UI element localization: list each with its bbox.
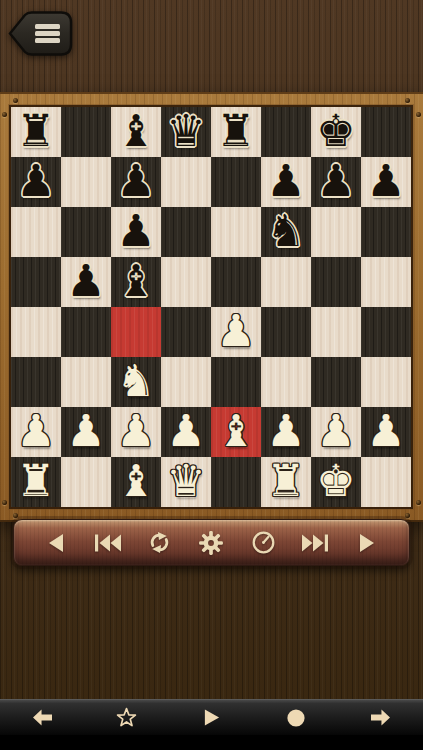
piece-black-bishop[interactable]: ♝ [116,109,155,153]
square-d7[interactable] [161,157,211,207]
arrow-left-icon [31,708,54,727]
square-c2[interactable]: ♟ [111,407,161,457]
square-d6[interactable] [161,207,211,257]
nav-record-button[interactable] [276,704,316,732]
square-a7[interactable]: ♟ [11,157,61,207]
circle-icon [286,708,306,728]
piece-black-pawn[interactable]: ♟ [116,209,155,253]
piece-white-bishop[interactable]: ♝ [216,409,255,453]
gauge-clock-icon [251,530,276,555]
square-g5[interactable] [311,257,361,307]
square-c3[interactable]: ♞ [111,357,161,407]
square-f6[interactable]: ♞ [261,207,311,257]
square-a2[interactable]: ♟ [11,407,61,457]
arrow-right-icon [369,708,392,727]
square-a5[interactable] [11,257,61,307]
nav-bookmark-button[interactable] [107,704,147,732]
piece-white-rook[interactable]: ♜ [16,459,55,503]
square-g4[interactable] [311,307,361,357]
nav-forward-button[interactable] [361,704,401,732]
frame-screw-icon [2,112,7,117]
square-g3[interactable] [311,357,361,407]
piece-black-rook[interactable]: ♜ [216,109,255,153]
square-c1[interactable]: ♝ [111,457,161,507]
piece-black-bishop[interactable]: ♝ [116,259,155,303]
piece-black-pawn[interactable]: ♟ [266,159,305,203]
hamburger-menu-icon [7,10,75,57]
square-h8[interactable] [361,107,411,157]
square-a8[interactable]: ♜ [11,107,61,157]
square-b5[interactable]: ♟ [61,257,111,307]
piece-black-rook[interactable]: ♜ [16,109,55,153]
skip-start-icon [93,532,123,554]
skip-end-icon [300,532,330,554]
piece-white-queen[interactable]: ♛ [166,459,205,503]
square-h4[interactable] [361,307,411,357]
square-a6[interactable] [11,207,61,257]
square-b8[interactable] [61,107,111,157]
square-b6[interactable] [61,207,111,257]
square-c6[interactable]: ♟ [111,207,161,257]
square-f3[interactable] [261,357,311,407]
chess-board[interactable]: ♜♝♛♜♚♟♟♟♟♟♟♞♟♝♟♞♟♟♟♟♝♟♟♟♜♝♛♜♚ [11,107,411,507]
square-e7[interactable] [211,157,261,207]
square-h7[interactable]: ♟ [361,157,411,207]
piece-white-pawn[interactable]: ♟ [316,409,355,453]
frame-screw-icon [405,98,410,103]
square-e2[interactable]: ♝ [211,407,261,457]
square-f5[interactable] [261,257,311,307]
circular-arrows-icon [147,531,172,554]
square-c5[interactable]: ♝ [111,257,161,307]
piece-black-pawn[interactable]: ♟ [316,159,355,203]
square-g7[interactable]: ♟ [311,157,361,207]
clock-button[interactable] [245,527,281,559]
menu-back-button[interactable] [7,10,75,57]
square-g6[interactable] [311,207,361,257]
piece-white-pawn[interactable]: ♟ [66,409,105,453]
piece-black-pawn[interactable]: ♟ [16,159,55,203]
prev-move-button[interactable] [38,527,74,559]
frame-screw-icon [405,513,410,518]
square-c7[interactable]: ♟ [111,157,161,207]
square-e6[interactable] [211,207,261,257]
square-f8[interactable] [261,107,311,157]
frame-screw-icon [416,112,421,117]
square-h1[interactable] [361,457,411,507]
piece-white-pawn[interactable]: ♟ [366,409,405,453]
piece-white-pawn[interactable]: ♟ [116,409,155,453]
square-b2[interactable]: ♟ [61,407,111,457]
piece-black-queen[interactable]: ♛ [166,109,205,153]
nav-back-button[interactable] [22,704,62,732]
bottom-nav-inner [0,699,423,735]
piece-white-pawn[interactable]: ♟ [216,309,255,353]
square-h5[interactable] [361,257,411,307]
square-d5[interactable] [161,257,211,307]
square-b1[interactable] [61,457,111,507]
square-a4[interactable] [11,307,61,357]
piece-white-pawn[interactable]: ♟ [16,409,55,453]
bottom-nav [0,699,423,750]
square-d4[interactable] [161,307,211,357]
nav-play-button[interactable] [191,704,231,732]
square-d2[interactable]: ♟ [161,407,211,457]
square-d1[interactable]: ♛ [161,457,211,507]
left-triangle-icon [44,532,68,554]
chess-app-screen: ♜♝♛♜♚♟♟♟♟♟♟♞♟♝♟♞♟♟♟♟♝♟♟♟♜♝♛♜♚ [0,0,423,750]
skip-to-end-button[interactable] [297,527,333,559]
square-d8[interactable]: ♛ [161,107,211,157]
frame-screw-icon [13,513,18,518]
square-g8[interactable]: ♚ [311,107,361,157]
square-a3[interactable] [11,357,61,407]
square-a1[interactable]: ♜ [11,457,61,507]
square-e3[interactable] [211,357,261,407]
piece-white-pawn[interactable]: ♟ [166,409,205,453]
piece-black-pawn[interactable]: ♟ [116,159,155,203]
square-c4[interactable] [111,307,161,357]
square-e1[interactable] [211,457,261,507]
gear-icon [198,530,224,556]
square-e5[interactable] [211,257,261,307]
square-h6[interactable] [361,207,411,257]
frame-screw-icon [13,98,18,103]
piece-black-pawn[interactable]: ♟ [366,159,405,203]
piece-black-king[interactable]: ♚ [316,109,355,153]
piece-white-rook[interactable]: ♜ [266,459,305,503]
square-b4[interactable] [61,307,111,357]
refresh-button[interactable] [142,527,178,559]
square-f1[interactable]: ♜ [261,457,311,507]
piece-white-king[interactable]: ♚ [316,459,355,503]
square-g1[interactable]: ♚ [311,457,361,507]
piece-black-pawn[interactable]: ♟ [66,259,105,303]
right-triangle-icon [355,532,379,554]
square-g2[interactable]: ♟ [311,407,361,457]
frame-screw-icon [416,500,421,505]
square-b3[interactable] [61,357,111,407]
square-f2[interactable]: ♟ [261,407,311,457]
skip-to-start-button[interactable] [90,527,126,559]
settings-button[interactable] [193,527,229,559]
square-h2[interactable]: ♟ [361,407,411,457]
game-toolbar [13,519,410,566]
piece-black-knight[interactable]: ♞ [266,209,305,253]
play-icon [201,708,222,727]
square-f4[interactable] [261,307,311,357]
square-b7[interactable] [61,157,111,207]
next-move-button[interactable] [349,527,385,559]
board-frame: ♜♝♛♜♚♟♟♟♟♟♟♞♟♝♟♞♟♟♟♟♝♟♟♟♜♝♛♜♚ [0,92,423,522]
square-f7[interactable]: ♟ [261,157,311,207]
star-icon [114,707,139,729]
square-c8[interactable]: ♝ [111,107,161,157]
square-e4[interactable]: ♟ [211,307,261,357]
piece-white-bishop[interactable]: ♝ [116,459,155,503]
piece-white-knight[interactable]: ♞ [116,359,155,403]
square-d3[interactable] [161,357,211,407]
piece-white-pawn[interactable]: ♟ [266,409,305,453]
square-h3[interactable] [361,357,411,407]
frame-screw-icon [2,500,7,505]
square-e8[interactable]: ♜ [211,107,261,157]
